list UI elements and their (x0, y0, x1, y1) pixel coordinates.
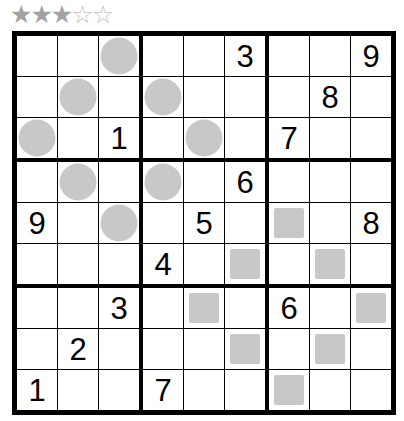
even-square-mark (274, 375, 304, 405)
cell-r4c5[interactable] (184, 162, 225, 203)
cell-r1c2[interactable] (58, 36, 99, 77)
cell-r3c2[interactable] (58, 118, 99, 162)
given-digit: 9 (28, 208, 45, 239)
star-filled-icon: ★ (51, 0, 71, 28)
given-digit: 4 (154, 249, 171, 280)
cell-r6c9[interactable] (351, 244, 391, 288)
cell-r8c5[interactable] (184, 329, 225, 370)
cell-r6c7[interactable] (269, 244, 310, 288)
even-square-mark (230, 249, 260, 279)
cell-r6c6[interactable] (225, 244, 269, 288)
cell-r3c4[interactable] (143, 118, 184, 162)
cell-r9c5[interactable] (184, 370, 225, 410)
cell-r1c5[interactable] (184, 36, 225, 77)
cell-r3c7[interactable]: 7 (269, 118, 310, 162)
odd-circle-mark (145, 79, 182, 116)
cell-r5c2[interactable] (58, 203, 99, 244)
cell-r9c3[interactable] (99, 370, 143, 410)
given-digit: 8 (362, 208, 379, 239)
cell-r4c4[interactable] (143, 162, 184, 203)
given-digit: 7 (280, 123, 297, 154)
cell-r8c9[interactable] (351, 329, 391, 370)
odd-circle-mark (60, 79, 97, 116)
even-square-mark (356, 293, 386, 323)
cell-r2c2[interactable] (58, 77, 99, 118)
even-square-mark (230, 334, 260, 364)
cell-r3c9[interactable] (351, 118, 391, 162)
cell-r4c3[interactable] (99, 162, 143, 203)
cell-r3c5[interactable] (184, 118, 225, 162)
odd-circle-mark (101, 205, 138, 242)
odd-circle-mark (101, 38, 138, 75)
star-filled-icon: ★ (30, 0, 50, 28)
given-digit: 6 (236, 167, 253, 198)
cell-r2c9[interactable] (351, 77, 391, 118)
cell-r8c3[interactable] (99, 329, 143, 370)
cell-r4c2[interactable] (58, 162, 99, 203)
cell-r8c2[interactable]: 2 (58, 329, 99, 370)
cell-r7c7[interactable]: 6 (269, 288, 310, 329)
difficulty-rating: ★★★☆☆ (10, 0, 112, 28)
cell-r6c4[interactable]: 4 (143, 244, 184, 288)
cell-r3c3[interactable]: 1 (99, 118, 143, 162)
given-digit: 3 (110, 293, 127, 324)
cell-r8c8[interactable] (310, 329, 351, 370)
cell-r7c8[interactable] (310, 288, 351, 329)
cell-r8c1[interactable] (17, 329, 58, 370)
given-digit: 2 (69, 334, 86, 365)
cell-r6c8[interactable] (310, 244, 351, 288)
sudoku-board: 398176958436217 (12, 31, 396, 415)
cell-r2c8[interactable]: 8 (310, 77, 351, 118)
cell-r4c1[interactable] (17, 162, 58, 203)
cell-r4c7[interactable] (269, 162, 310, 203)
given-digit: 1 (28, 375, 45, 406)
cell-r1c7[interactable] (269, 36, 310, 77)
given-digit: 8 (321, 82, 338, 113)
cell-r5c4[interactable] (143, 203, 184, 244)
cell-r1c8[interactable] (310, 36, 351, 77)
even-square-mark (274, 208, 304, 238)
cell-r7c9[interactable] (351, 288, 391, 329)
cell-r7c6[interactable] (225, 288, 269, 329)
cell-r2c1[interactable] (17, 77, 58, 118)
cell-r1c6[interactable]: 3 (225, 36, 269, 77)
star-empty-icon: ☆ (92, 0, 112, 28)
cell-r5c8[interactable] (310, 203, 351, 244)
cell-r5c6[interactable] (225, 203, 269, 244)
even-square-mark (189, 293, 219, 323)
cell-r8c6[interactable] (225, 329, 269, 370)
cell-r7c4[interactable] (143, 288, 184, 329)
cell-r2c7[interactable] (269, 77, 310, 118)
cell-r6c2[interactable] (58, 244, 99, 288)
cell-r9c1[interactable]: 1 (17, 370, 58, 410)
given-digit: 3 (236, 41, 253, 72)
cell-r9c9[interactable] (351, 370, 391, 410)
cell-r7c1[interactable] (17, 288, 58, 329)
cell-r8c7[interactable] (269, 329, 310, 370)
odd-circle-mark (186, 120, 223, 157)
star-empty-icon: ☆ (71, 0, 91, 28)
cell-r7c5[interactable] (184, 288, 225, 329)
given-digit: 1 (110, 123, 127, 154)
cell-r7c2[interactable] (58, 288, 99, 329)
cell-r3c6[interactable] (225, 118, 269, 162)
cell-r5c9[interactable]: 8 (351, 203, 391, 244)
cell-r5c1[interactable]: 9 (17, 203, 58, 244)
cell-r9c6[interactable] (225, 370, 269, 410)
given-digit: 5 (195, 208, 212, 239)
cell-r1c3[interactable] (99, 36, 143, 77)
cell-r1c9[interactable]: 9 (351, 36, 391, 77)
cell-r6c3[interactable] (99, 244, 143, 288)
given-digit: 9 (362, 41, 379, 72)
given-digit: 6 (280, 293, 297, 324)
cell-r1c4[interactable] (143, 36, 184, 77)
cell-r1c1[interactable] (17, 36, 58, 77)
cell-r4c8[interactable] (310, 162, 351, 203)
given-digit: 7 (154, 375, 171, 406)
cell-r8c4[interactable] (143, 329, 184, 370)
odd-circle-mark (19, 120, 56, 157)
cell-r4c9[interactable] (351, 162, 391, 203)
even-square-mark (315, 334, 345, 364)
cell-r9c8[interactable] (310, 370, 351, 410)
cell-r4c6[interactable]: 6 (225, 162, 269, 203)
cell-r2c4[interactable] (143, 77, 184, 118)
cell-r2c5[interactable] (184, 77, 225, 118)
odd-circle-mark (145, 164, 182, 201)
cell-r6c1[interactable] (17, 244, 58, 288)
cell-r5c3[interactable] (99, 203, 143, 244)
cell-r7c3[interactable]: 3 (99, 288, 143, 329)
cell-r3c8[interactable] (310, 118, 351, 162)
cell-r2c6[interactable] (225, 77, 269, 118)
star-filled-icon: ★ (10, 0, 30, 28)
cell-r2c3[interactable] (99, 77, 143, 118)
cell-r9c7[interactable] (269, 370, 310, 410)
cell-r5c5[interactable]: 5 (184, 203, 225, 244)
puzzle-page: ★★★☆☆ 398176958436217 (0, 0, 404, 421)
cell-r9c2[interactable] (58, 370, 99, 410)
odd-circle-mark (60, 164, 97, 201)
cell-r3c1[interactable] (17, 118, 58, 162)
even-square-mark (315, 249, 345, 279)
cell-r5c7[interactable] (269, 203, 310, 244)
cell-r9c4[interactable]: 7 (143, 370, 184, 410)
cell-r6c5[interactable] (184, 244, 225, 288)
